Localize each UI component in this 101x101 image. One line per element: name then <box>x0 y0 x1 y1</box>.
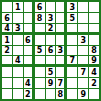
sudoku-screenshot: 1636835432163256384795744972289 <box>0 0 101 101</box>
given-digit: 9 <box>80 91 86 99</box>
cell-r3c8[interactable] <box>78 24 88 34</box>
given-digit: 8 <box>37 14 43 22</box>
given-digit: 4 <box>91 69 97 77</box>
cell-r2c5[interactable]: 3 <box>46 13 56 23</box>
cell-r2c7[interactable]: 5 <box>67 13 77 23</box>
cell-r5c9[interactable]: 8 <box>89 46 99 56</box>
cell-r4c6[interactable] <box>56 35 66 45</box>
given-digit: 5 <box>69 14 75 22</box>
cell-r9c6[interactable]: 8 <box>56 89 66 99</box>
cell-r3c9[interactable] <box>89 24 99 34</box>
cell-r6c6[interactable] <box>56 56 66 66</box>
given-digit: 7 <box>80 69 86 77</box>
cell-r5c5[interactable]: 6 <box>46 46 56 56</box>
given-digit: 3 <box>15 24 21 32</box>
given-digit: 7 <box>58 80 64 88</box>
cell-r9c9[interactable] <box>89 89 99 99</box>
given-digit: 4 <box>25 80 31 88</box>
cell-r1c8[interactable] <box>78 2 88 12</box>
cell-r2c3[interactable] <box>24 13 34 23</box>
given-digit: 2 <box>91 80 97 88</box>
given-digit: 1 <box>15 3 21 11</box>
cell-r8c8[interactable] <box>78 78 88 88</box>
given-digit: 7 <box>69 57 75 65</box>
given-digit: 6 <box>48 47 54 55</box>
cell-r3c6[interactable] <box>56 24 66 34</box>
cell-r8c3[interactable]: 4 <box>24 78 34 88</box>
given-digit: 6 <box>4 14 10 22</box>
cell-r1c1[interactable] <box>2 2 12 12</box>
cell-r7c2[interactable] <box>13 67 23 77</box>
cell-r3c7[interactable] <box>67 24 77 34</box>
given-digit: 3 <box>69 3 75 11</box>
cell-r3c2[interactable]: 3 <box>13 24 23 34</box>
cell-r1c9[interactable] <box>89 2 99 12</box>
cell-r2c8[interactable] <box>78 13 88 23</box>
given-digit: 8 <box>91 47 97 55</box>
given-digit: 4 <box>4 24 10 32</box>
cell-r4c7[interactable] <box>67 35 77 45</box>
cell-r9c4[interactable] <box>35 89 45 99</box>
given-digit: 3 <box>48 14 54 22</box>
cell-r4c5[interactable] <box>46 35 56 45</box>
cell-r1c4[interactable]: 6 <box>35 2 45 12</box>
cell-r2c1[interactable]: 6 <box>2 13 12 23</box>
cell-r6c7[interactable]: 7 <box>67 56 77 66</box>
given-digit: 5 <box>48 69 54 77</box>
cell-r9c5[interactable] <box>46 89 56 99</box>
cell-r7c9[interactable]: 4 <box>89 67 99 77</box>
cell-r8c2[interactable] <box>13 78 23 88</box>
cell-r1c5[interactable] <box>46 2 56 12</box>
cell-r1c6[interactable] <box>56 2 66 12</box>
given-digit: 9 <box>91 57 97 65</box>
cell-r7c5[interactable]: 5 <box>46 67 56 77</box>
cell-r6c1[interactable] <box>2 56 12 66</box>
cell-r4c3[interactable]: 6 <box>24 35 34 45</box>
cell-r5c7[interactable] <box>67 46 77 56</box>
cell-r5c2[interactable] <box>13 46 23 56</box>
given-digit: 5 <box>37 47 43 55</box>
cell-r7c1[interactable] <box>2 67 12 77</box>
cell-r6c3[interactable] <box>24 56 34 66</box>
given-digit: 2 <box>4 47 10 55</box>
cell-r2c9[interactable] <box>89 13 99 23</box>
cell-r9c7[interactable] <box>67 89 77 99</box>
cell-r3c5[interactable]: 2 <box>46 24 56 34</box>
cell-r5c1[interactable]: 2 <box>2 46 12 56</box>
cell-r8c5[interactable]: 9 <box>46 78 56 88</box>
given-digit: 6 <box>37 3 43 11</box>
cell-r4c4[interactable] <box>35 35 45 45</box>
given-digit: 2 <box>25 91 31 99</box>
cell-r8c7[interactable] <box>67 78 77 88</box>
given-digit: 2 <box>48 24 54 32</box>
cell-r9c8[interactable]: 9 <box>78 89 88 99</box>
cell-r8c4[interactable] <box>35 78 45 88</box>
sudoku-board: 1636835432163256384795744972289 <box>0 0 101 101</box>
given-digit: 8 <box>58 91 64 99</box>
cell-r4c2[interactable] <box>13 35 23 45</box>
cell-r8c1[interactable] <box>2 78 12 88</box>
given-digit: 3 <box>58 47 64 55</box>
cell-r3c3[interactable] <box>24 24 34 34</box>
cell-r8c9[interactable]: 2 <box>89 78 99 88</box>
given-digit: 1 <box>4 36 10 44</box>
cell-r7c4[interactable] <box>35 67 45 77</box>
given-digit: 4 <box>15 57 21 65</box>
cell-r4c8[interactable]: 3 <box>78 35 88 45</box>
cell-r6c4[interactable] <box>35 56 45 66</box>
cell-r6c8[interactable] <box>78 56 88 66</box>
cell-r2c2[interactable] <box>13 13 23 23</box>
given-digit: 9 <box>48 80 54 88</box>
cell-r4c9[interactable] <box>89 35 99 45</box>
cell-r5c3[interactable] <box>24 46 34 56</box>
cell-r6c5[interactable] <box>46 56 56 66</box>
cell-r5c4[interactable]: 5 <box>35 46 45 56</box>
cell-r9c3[interactable]: 2 <box>24 89 34 99</box>
cell-r9c2[interactable] <box>13 89 23 99</box>
cell-r3c4[interactable] <box>35 24 45 34</box>
cell-r4c1[interactable]: 1 <box>2 35 12 45</box>
cell-r1c7[interactable]: 3 <box>67 2 77 12</box>
cell-r1c2[interactable]: 1 <box>13 2 23 12</box>
cell-r3c1[interactable]: 4 <box>2 24 12 34</box>
cell-r9c1[interactable] <box>2 89 12 99</box>
cell-r5c8[interactable] <box>78 46 88 56</box>
cell-r7c6[interactable] <box>56 67 66 77</box>
cell-r7c7[interactable] <box>67 67 77 77</box>
cell-r7c3[interactable] <box>24 67 34 77</box>
cell-r6c9[interactable]: 9 <box>89 56 99 66</box>
given-digit: 3 <box>80 36 86 44</box>
cell-r8c6[interactable]: 7 <box>56 78 66 88</box>
given-digit: 6 <box>25 36 31 44</box>
cell-r1c3[interactable] <box>24 2 34 12</box>
cell-r7c8[interactable]: 7 <box>78 67 88 77</box>
cell-r6c2[interactable]: 4 <box>13 56 23 66</box>
cell-r2c6[interactable] <box>56 13 66 23</box>
cell-r5c6[interactable]: 3 <box>56 46 66 56</box>
cell-r2c4[interactable]: 8 <box>35 13 45 23</box>
